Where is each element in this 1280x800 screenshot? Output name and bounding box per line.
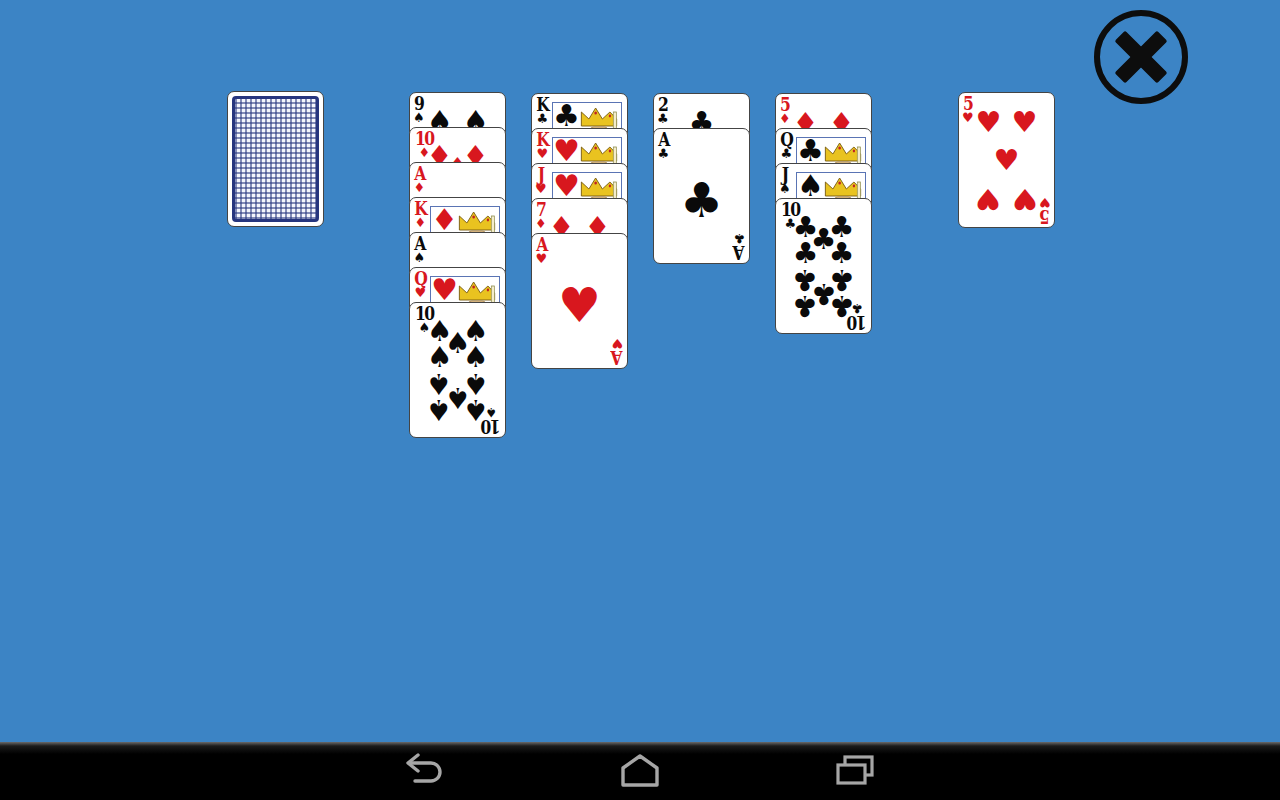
card-index: Q♥ (413, 270, 428, 299)
card-AH[interactable]: A♥A♥♥ (531, 233, 628, 369)
card-pip: ♥ (975, 183, 1001, 212)
card-10S[interactable]: 10♠10♠♠♠♠♠♠♠♠♠♠♠ (409, 302, 506, 438)
card-AC[interactable]: A♣A♣♣ (653, 128, 750, 264)
stock-pile-card-back[interactable] (227, 91, 324, 227)
card-index: Q♣ (779, 131, 794, 160)
android-navigation-bar (0, 742, 1280, 800)
card-index: J♠ (779, 166, 791, 195)
card-index: K♦ (413, 200, 428, 229)
card-index: J♥ (535, 166, 547, 195)
card-pip: ♥ (1012, 108, 1038, 137)
card-index: 7♦ (535, 201, 547, 230)
card-index: K♣ (535, 96, 550, 125)
card-10C[interactable]: 10♣10♣♣♣♣♣♣♣♣♣♣♣ (775, 198, 872, 334)
card-index: 2♣ (657, 96, 669, 125)
card-pip: ♥ (994, 146, 1020, 175)
card-pip: ♣ (829, 290, 855, 319)
card-index: A♥ (611, 337, 624, 366)
card-index: 5♦ (779, 96, 791, 125)
card-pip: ♥ (1012, 183, 1038, 212)
card-pip: ♠ (426, 394, 452, 423)
card-back-pattern (232, 96, 319, 222)
recent-apps-icon (831, 751, 879, 791)
close-button[interactable] (1094, 10, 1188, 104)
card-index: A♣ (733, 232, 746, 261)
card-pip: ♣ (792, 290, 818, 319)
card-index: 5♥ (962, 95, 974, 124)
card-index: K♥ (535, 131, 550, 160)
card-index: A♦ (413, 165, 426, 194)
card-pip: ♠ (463, 394, 489, 423)
card-index: A♣ (657, 131, 670, 160)
card-pip: ♥ (975, 108, 1001, 137)
card-pip: ♣ (680, 176, 723, 224)
back-button[interactable] (401, 751, 449, 791)
game-board: 9♠9♠♠♠♠♠♠♠♠♠♠10♦10♦♦♦♦♦♦♦♦♦♦♦A♦A♦♦K♦K♦♦♦… (0, 0, 1280, 800)
card-index: 9♠ (413, 95, 425, 124)
card-5H[interactable]: 5♥5♥♥♥♥♥♥ (958, 92, 1055, 228)
card-index: 5♥ (1039, 196, 1051, 225)
home-button[interactable] (616, 751, 664, 791)
recent-apps-button[interactable] (831, 751, 879, 791)
home-icon (616, 751, 664, 791)
card-index: A♥ (535, 236, 548, 265)
solitaire-screen: 9♠9♠♠♠♠♠♠♠♠♠♠10♦10♦♦♦♦♦♦♦♦♦♦♦A♦A♦♦K♦K♦♦♦… (0, 0, 1280, 800)
card-pip: ♥ (558, 281, 601, 329)
card-index: A♠ (413, 235, 426, 264)
back-arrow-icon (401, 751, 449, 791)
